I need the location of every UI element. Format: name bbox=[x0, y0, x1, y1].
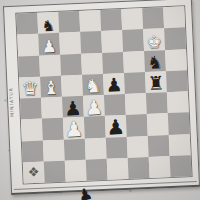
chess-piece-bP[interactable]: ♟ bbox=[62, 98, 84, 119]
square[interactable] bbox=[100, 9, 122, 31]
square[interactable] bbox=[167, 91, 189, 113]
square[interactable]: ♞ bbox=[82, 74, 104, 96]
square[interactable] bbox=[125, 93, 147, 115]
square[interactable] bbox=[59, 32, 81, 54]
chess-piece-wP[interactable]: ♟ bbox=[38, 39, 60, 56]
square[interactable] bbox=[65, 159, 87, 181]
square[interactable]: ♟ bbox=[63, 117, 85, 139]
square[interactable] bbox=[122, 29, 144, 51]
chess-piece-wN[interactable]: ♞ bbox=[82, 77, 104, 97]
chess-piece-bN[interactable]: ♞ bbox=[144, 54, 166, 72]
square[interactable] bbox=[127, 136, 149, 158]
square[interactable] bbox=[58, 11, 80, 33]
square[interactable] bbox=[43, 139, 65, 161]
square[interactable] bbox=[164, 28, 186, 50]
board-margin-text: MINIATUR bbox=[7, 57, 18, 117]
square[interactable] bbox=[165, 49, 187, 71]
square[interactable] bbox=[22, 140, 44, 162]
square[interactable]: ♞ bbox=[144, 50, 166, 72]
square[interactable] bbox=[123, 51, 145, 73]
chess-piece-wP[interactable]: ♟ bbox=[63, 119, 85, 141]
square[interactable] bbox=[147, 113, 169, 135]
square[interactable] bbox=[102, 52, 124, 74]
square[interactable]: ♟ bbox=[38, 33, 60, 55]
square[interactable]: ♝ bbox=[40, 75, 62, 97]
square[interactable] bbox=[42, 118, 64, 140]
square[interactable] bbox=[61, 75, 83, 97]
square[interactable] bbox=[149, 156, 171, 178]
dust-speckles bbox=[0, 0, 1, 1]
square[interactable] bbox=[168, 112, 190, 134]
square[interactable] bbox=[104, 94, 126, 116]
chess-piece-wB[interactable]: ♝ bbox=[40, 79, 62, 99]
square[interactable] bbox=[44, 160, 66, 182]
square[interactable] bbox=[80, 31, 102, 53]
square[interactable] bbox=[170, 155, 192, 177]
square[interactable] bbox=[39, 54, 61, 76]
square[interactable] bbox=[86, 159, 108, 181]
square[interactable] bbox=[21, 119, 43, 141]
square[interactable] bbox=[41, 97, 63, 119]
square[interactable] bbox=[85, 137, 107, 159]
square[interactable] bbox=[169, 134, 191, 156]
square[interactable] bbox=[60, 53, 82, 75]
chess-piece-wQ[interactable]: ♛ bbox=[19, 80, 41, 100]
square[interactable] bbox=[146, 92, 168, 114]
square[interactable] bbox=[142, 7, 164, 29]
square[interactable] bbox=[16, 13, 38, 35]
square[interactable] bbox=[106, 136, 128, 158]
chess-piece-wK[interactable]: ♚ bbox=[143, 34, 165, 51]
square[interactable] bbox=[81, 52, 103, 74]
chess-piece-bR[interactable]: ♜ bbox=[145, 75, 167, 95]
square[interactable] bbox=[101, 30, 123, 52]
square[interactable]: ♛ bbox=[19, 76, 41, 98]
square[interactable]: ♞ bbox=[37, 12, 59, 34]
chess-piece-bN[interactable]: ♞ bbox=[38, 19, 60, 35]
chessboard-sheet: MINIATUR ♞♟♚♞♛♝♞♟♜♟♟♟♟❖ bbox=[3, 0, 200, 195]
square[interactable] bbox=[64, 138, 86, 160]
square[interactable] bbox=[166, 70, 188, 92]
square[interactable] bbox=[126, 114, 148, 136]
square[interactable] bbox=[121, 8, 143, 30]
chess-piece-bP[interactable]: ♟ bbox=[103, 76, 125, 96]
square[interactable]: ♚ bbox=[143, 28, 165, 50]
square[interactable]: ♟ bbox=[62, 96, 84, 118]
square[interactable] bbox=[84, 116, 106, 138]
square[interactable] bbox=[79, 10, 101, 32]
square[interactable] bbox=[17, 34, 39, 56]
square[interactable] bbox=[124, 72, 146, 94]
board-photo: MINIATUR ♞♟♚♞♛♝♞♟♜♟♟♟♟❖ ♟ bbox=[0, 0, 200, 200]
chess-piece-wP[interactable]: ♟ bbox=[83, 97, 105, 118]
square[interactable]: ❖ bbox=[23, 161, 45, 183]
corner-ornament-icon: ❖ bbox=[23, 164, 45, 180]
square[interactable] bbox=[163, 6, 185, 28]
board-field: ♞♟♚♞♛♝♞♟♜♟♟♟♟❖ bbox=[15, 5, 192, 184]
square[interactable] bbox=[128, 157, 150, 179]
chess-piece-bP[interactable]: ♟ bbox=[105, 117, 127, 139]
square[interactable] bbox=[20, 98, 42, 120]
square[interactable] bbox=[18, 55, 40, 77]
square[interactable]: ♜ bbox=[145, 71, 167, 93]
square[interactable] bbox=[107, 158, 129, 180]
square[interactable]: ♟ bbox=[105, 115, 127, 137]
square[interactable]: ♟ bbox=[83, 95, 105, 117]
square[interactable] bbox=[148, 135, 170, 157]
square[interactable]: ♟ bbox=[103, 73, 125, 95]
